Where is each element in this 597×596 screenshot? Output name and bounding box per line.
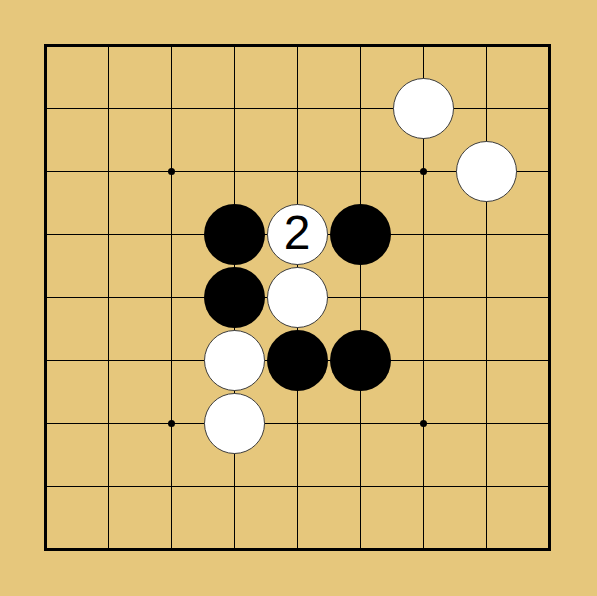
board-border (44, 44, 551, 551)
go-diagram: 2 (0, 0, 597, 596)
